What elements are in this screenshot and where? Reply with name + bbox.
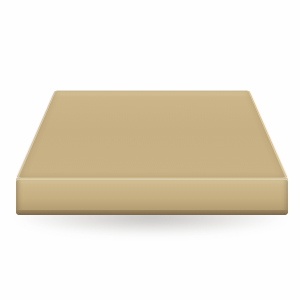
- coin-tray-base-edge: [16, 210, 288, 215]
- product-photo-scene: [0, 0, 300, 300]
- coin-tray-front-face: [16, 178, 288, 215]
- coin-tray-top-surface: [16, 91, 288, 179]
